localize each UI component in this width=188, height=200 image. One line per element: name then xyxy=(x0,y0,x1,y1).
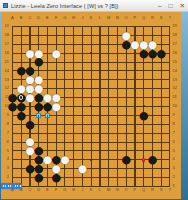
coordinate-label: D xyxy=(34,16,43,20)
black-stone[interactable]: ● xyxy=(26,164,35,173)
coordinate-label: 19 xyxy=(172,24,181,28)
black-stone[interactable]: ● xyxy=(122,155,131,164)
coordinate-label: J xyxy=(78,188,87,192)
black-stone[interactable]: ● xyxy=(17,111,26,120)
left-coordinates: 19181716151413121110987654321 xyxy=(2,22,10,191)
coordinate-label: 7 xyxy=(2,131,10,135)
black-stone-glyph: ● xyxy=(52,173,61,182)
black-stone[interactable]: ● xyxy=(34,173,43,182)
black-stone[interactable]: ● xyxy=(17,66,26,75)
coordinate-label: O xyxy=(122,188,131,192)
variation-marker-text xyxy=(38,115,41,118)
black-stone-glyph: ● xyxy=(148,155,157,164)
black-stone[interactable]: ● xyxy=(122,40,131,49)
coordinate-label: F xyxy=(52,16,61,20)
status-badge-text xyxy=(3,185,21,188)
white-stone-glyph: ● xyxy=(60,155,69,164)
black-stone[interactable]: ● xyxy=(157,49,166,58)
black-stone-glyph: ● xyxy=(157,48,166,57)
black-stone-glyph: ● xyxy=(25,119,34,128)
coordinate-label: 8 xyxy=(172,122,181,126)
coordinate-label: S xyxy=(157,16,166,20)
coordinate-label: 12 xyxy=(2,86,10,90)
coordinate-label: 17 xyxy=(172,42,181,46)
coordinate-label: 2 xyxy=(2,175,10,179)
red-dot-marker xyxy=(142,158,146,162)
board-panel: ●●●●●●●●●●●●●●●●●●●●●●●●●●●●●●●●●●●●●●●●… xyxy=(1,12,181,199)
top-coordinates: ABCDEFGHJKLMNOPQRST xyxy=(8,16,174,20)
coordinate-label: 19 xyxy=(2,24,10,28)
black-stone[interactable]: ● xyxy=(148,155,157,164)
white-stone[interactable]: ● xyxy=(61,155,70,164)
black-stone[interactable]: ● xyxy=(43,102,52,111)
white-stone[interactable]: ● xyxy=(52,49,61,58)
white-stone[interactable]: ● xyxy=(26,49,35,58)
maximize-button[interactable]: □ xyxy=(169,0,173,12)
coordinate-label: A xyxy=(8,16,17,20)
coordinate-label: D xyxy=(34,188,43,192)
black-stone-glyph: ● xyxy=(34,173,43,182)
coordinate-label: 16 xyxy=(172,51,181,55)
coordinate-label: 15 xyxy=(172,60,181,64)
coordinate-label: O xyxy=(122,16,131,20)
coordinate-label: 9 xyxy=(2,113,10,117)
right-coordinates: 19181716151413121110987654321 xyxy=(172,22,181,191)
coordinate-label: Q xyxy=(139,16,148,20)
coordinate-label: 11 xyxy=(172,95,181,99)
white-stone-glyph: ● xyxy=(52,48,61,57)
black-stone-glyph: ● xyxy=(122,155,131,164)
black-stone-glyph: ● xyxy=(139,110,148,119)
coordinate-label: 18 xyxy=(172,33,181,37)
coordinate-label: S xyxy=(157,188,166,192)
variation-marker-text xyxy=(47,115,50,118)
minimize-button[interactable]: – xyxy=(158,0,162,12)
white-stone[interactable]: ● xyxy=(43,155,52,164)
coordinate-label: B xyxy=(17,16,26,20)
black-stone-glyph: ● xyxy=(34,57,43,66)
coordinate-label: 9 xyxy=(172,113,181,117)
variation-marker[interactable] xyxy=(45,113,51,119)
coordinate-label: F xyxy=(52,188,61,192)
coordinate-label: N xyxy=(113,188,122,192)
coordinate-label: 7 xyxy=(172,131,181,135)
coordinate-label: L xyxy=(96,188,105,192)
white-stone[interactable]: ● xyxy=(131,40,140,49)
coordinate-label: G xyxy=(61,16,70,20)
coordinate-label: P xyxy=(131,188,140,192)
black-stone[interactable]: ● xyxy=(34,102,43,111)
coordinate-label: H xyxy=(69,188,78,192)
coordinate-label: 13 xyxy=(172,78,181,82)
coordinate-label: 4 xyxy=(172,157,181,161)
title-bar: Lizzie - Leela Zero Interface ( [W] vs ?… xyxy=(0,0,188,12)
coordinate-label: M xyxy=(104,16,113,20)
coordinate-label: G xyxy=(61,188,70,192)
coordinate-label: 5 xyxy=(2,149,10,153)
coordinate-label: 4 xyxy=(2,157,10,161)
black-stone[interactable]: ● xyxy=(52,173,61,182)
white-stone[interactable]: ● xyxy=(26,146,35,155)
coordinate-label: 3 xyxy=(2,166,10,170)
coordinate-label: R xyxy=(148,16,157,20)
coordinate-label: 15 xyxy=(2,60,10,64)
coordinate-label: 14 xyxy=(2,69,10,73)
window-controls: – □ ✕ xyxy=(158,0,185,12)
coordinate-label: E xyxy=(43,16,52,20)
coordinate-label: 12 xyxy=(172,86,181,90)
coordinate-label: 10 xyxy=(172,104,181,108)
close-button[interactable]: ✕ xyxy=(180,0,185,12)
status-badge xyxy=(1,183,22,190)
coordinate-label: 17 xyxy=(2,42,10,46)
app-window: Lizzie - Leela Zero Interface ( [W] vs ?… xyxy=(0,0,188,200)
white-stone-glyph: ● xyxy=(78,164,87,173)
coordinate-label: N xyxy=(113,16,122,20)
coordinate-label: 16 xyxy=(2,51,10,55)
coordinate-label: Q xyxy=(139,188,148,192)
black-stone[interactable]: ● xyxy=(26,120,35,129)
coordinate-label: P xyxy=(131,16,140,20)
coordinate-label: 14 xyxy=(172,69,181,73)
coordinate-label: K xyxy=(87,188,96,192)
coordinate-label: L xyxy=(96,16,105,20)
coordinate-label: J xyxy=(78,16,87,20)
coordinate-label: H xyxy=(69,16,78,20)
black-stone[interactable]: ● xyxy=(34,57,43,66)
coordinate-label: 3 xyxy=(172,166,181,170)
coordinate-label: 11 xyxy=(2,95,10,99)
window-title: Lizzie - Leela Zero Interface ( [W] vs ?… xyxy=(11,3,119,9)
go-board[interactable]: ●●●●●●●●●●●●●●●●●●●●●●●●●●●●●●●●●●●●●●●●… xyxy=(1,12,181,199)
black-stone[interactable]: ● xyxy=(139,111,148,120)
coordinate-label: 6 xyxy=(172,140,181,144)
coordinate-label: M xyxy=(104,188,113,192)
coordinate-label: 1 xyxy=(172,184,181,188)
black-stone[interactable]: ● xyxy=(139,49,148,58)
coordinate-label: 10 xyxy=(2,104,10,108)
black-stone[interactable]: ● xyxy=(148,49,157,58)
stones-grid[interactable]: ●●●●●●●●●●●●●●●●●●●●●●●●●●●●●●●●●●●●●●●●… xyxy=(8,22,174,191)
coordinate-label: C xyxy=(26,16,35,20)
white-stone[interactable]: ● xyxy=(78,164,87,173)
coordinate-label: 13 xyxy=(2,78,10,82)
coordinate-label: 8 xyxy=(2,122,10,126)
coordinate-label: T xyxy=(166,16,175,20)
bottom-coordinates: ABCDEFGHJKLMNOPQRST xyxy=(8,188,174,192)
coordinate-label: 2 xyxy=(172,175,181,179)
coordinate-label: K xyxy=(87,16,96,20)
coordinate-label: C xyxy=(26,188,35,192)
coordinate-label: 5 xyxy=(172,149,181,153)
app-icon xyxy=(3,3,8,8)
white-stone[interactable]: ● xyxy=(52,102,61,111)
coordinate-label: E xyxy=(43,188,52,192)
coordinate-label: 18 xyxy=(2,33,10,37)
variation-marker[interactable] xyxy=(36,113,42,119)
coordinate-label: R xyxy=(148,188,157,192)
white-stone[interactable]: ● xyxy=(26,93,35,102)
coordinate-label: 6 xyxy=(2,140,10,144)
white-stone-glyph: ● xyxy=(52,102,61,111)
